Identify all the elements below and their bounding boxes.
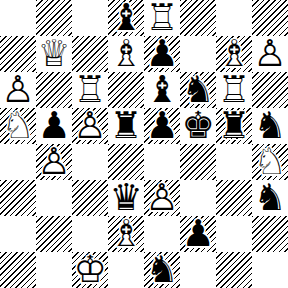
- piece-glyph: ♜: [216, 108, 252, 144]
- square-a4[interactable]: [0, 144, 36, 180]
- piece-black-rook-g5: ♜♜: [216, 108, 252, 144]
- piece-black-pawn-e5: ♟♟: [144, 108, 180, 144]
- piece-glyph: ♜: [108, 108, 144, 144]
- piece-black-knight-f6: ♞♞: [180, 72, 216, 108]
- square-c3[interactable]: [72, 180, 108, 216]
- square-h3[interactable]: ♞♞: [252, 180, 288, 216]
- square-g2[interactable]: [216, 216, 252, 252]
- piece-glyph: ♞: [180, 72, 216, 108]
- square-h6[interactable]: [252, 72, 288, 108]
- piece-white-pawn-a6: ♟♙: [0, 72, 36, 108]
- piece-white-king-c1: ♚♔: [72, 252, 108, 288]
- square-e8[interactable]: ♜♖: [144, 0, 180, 36]
- piece-glyph: ♙: [144, 180, 180, 216]
- square-e1[interactable]: ♞♞: [144, 252, 180, 288]
- piece-black-queen-d3: ♛♛: [108, 180, 144, 216]
- piece-glyph: ♝: [144, 72, 180, 108]
- square-b5[interactable]: ♟♟: [36, 108, 72, 144]
- square-d7[interactable]: ♝♗: [108, 36, 144, 72]
- piece-glyph: ♘: [0, 108, 36, 144]
- piece-glyph: ♟: [144, 36, 180, 72]
- piece-glyph: ♕: [36, 36, 72, 72]
- piece-glyph: ♝: [108, 0, 144, 36]
- piece-glyph: ♗: [108, 36, 144, 72]
- square-c2[interactable]: [72, 216, 108, 252]
- square-c7[interactable]: [72, 36, 108, 72]
- piece-black-pawn-f2: ♟♟: [180, 216, 216, 252]
- square-c5[interactable]: ♟♙: [72, 108, 108, 144]
- piece-white-bishop-d7: ♝♗: [108, 36, 144, 72]
- piece-black-king-f5: ♚♚: [180, 108, 216, 144]
- square-e7[interactable]: ♟♟: [144, 36, 180, 72]
- square-g8[interactable]: [216, 0, 252, 36]
- square-d4[interactable]: [108, 144, 144, 180]
- square-a7[interactable]: [0, 36, 36, 72]
- square-f3[interactable]: [180, 180, 216, 216]
- square-f6[interactable]: ♞♞: [180, 72, 216, 108]
- piece-glyph: ♛: [108, 180, 144, 216]
- square-d6[interactable]: [108, 72, 144, 108]
- piece-white-rook-e8: ♜♖: [144, 0, 180, 36]
- piece-black-rook-d5: ♜♜: [108, 108, 144, 144]
- square-e4[interactable]: [144, 144, 180, 180]
- square-d3[interactable]: ♛♛: [108, 180, 144, 216]
- piece-white-bishop-g7: ♝♗: [216, 36, 252, 72]
- piece-glyph: ♙: [72, 108, 108, 144]
- piece-black-knight-h3: ♞♞: [252, 180, 288, 216]
- square-b4[interactable]: ♟♙: [36, 144, 72, 180]
- square-e6[interactable]: ♝♝: [144, 72, 180, 108]
- square-g7[interactable]: ♝♗: [216, 36, 252, 72]
- piece-black-knight-e1: ♞♞: [144, 252, 180, 288]
- piece-black-pawn-e7: ♟♟: [144, 36, 180, 72]
- piece-glyph: ♘: [252, 144, 288, 180]
- piece-glyph: ♖: [72, 72, 108, 108]
- piece-white-queen-b7: ♛♕: [36, 36, 72, 72]
- square-a8[interactable]: [0, 0, 36, 36]
- square-e2[interactable]: [144, 216, 180, 252]
- square-f8[interactable]: [180, 0, 216, 36]
- chess-board: ♝♝♜♖♛♕♝♗♟♟♝♗♟♙♟♙♜♖♝♝♞♞♜♖♞♘♟♟♟♙♜♜♟♟♚♚♜♜♞♞…: [0, 0, 288, 288]
- square-g4[interactable]: [216, 144, 252, 180]
- piece-white-pawn-e3: ♟♙: [144, 180, 180, 216]
- square-h8[interactable]: [252, 0, 288, 36]
- piece-white-rook-g6: ♜♖: [216, 72, 252, 108]
- piece-white-rook-c6: ♜♖: [72, 72, 108, 108]
- piece-black-bishop-d8: ♝♝: [108, 0, 144, 36]
- piece-white-pawn-b4: ♟♙: [36, 144, 72, 180]
- piece-glyph: ♖: [144, 0, 180, 36]
- chess-diagram: ♝♝♜♖♛♕♝♗♟♟♝♗♟♙♟♙♜♖♝♝♞♞♜♖♞♘♟♟♟♙♜♜♟♟♚♚♜♜♞♞…: [0, 0, 288, 288]
- piece-white-bishop-d2: ♝♗: [108, 216, 144, 252]
- piece-black-pawn-b5: ♟♟: [36, 108, 72, 144]
- square-b3[interactable]: [36, 180, 72, 216]
- piece-white-pawn-c5: ♟♙: [72, 108, 108, 144]
- square-d8[interactable]: ♝♝: [108, 0, 144, 36]
- square-b8[interactable]: [36, 0, 72, 36]
- square-g6[interactable]: ♜♖: [216, 72, 252, 108]
- piece-black-knight-h5: ♞♞: [252, 108, 288, 144]
- square-h2[interactable]: [252, 216, 288, 252]
- piece-glyph: ♞: [252, 180, 288, 216]
- piece-white-knight-a5: ♞♘: [0, 108, 36, 144]
- square-g1[interactable]: [216, 252, 252, 288]
- piece-white-knight-h4: ♞♘: [252, 144, 288, 180]
- square-g5[interactable]: ♜♜: [216, 108, 252, 144]
- square-a5[interactable]: ♞♘: [0, 108, 36, 144]
- piece-white-pawn-h7: ♟♙: [252, 36, 288, 72]
- piece-glyph: ♞: [252, 108, 288, 144]
- piece-glyph: ♖: [216, 72, 252, 108]
- square-f1[interactable]: [180, 252, 216, 288]
- piece-glyph: ♞: [144, 252, 180, 288]
- square-a3[interactable]: [0, 180, 36, 216]
- square-b6[interactable]: [36, 72, 72, 108]
- square-h5[interactable]: ♞♞: [252, 108, 288, 144]
- square-h4[interactable]: ♞♘: [252, 144, 288, 180]
- square-e5[interactable]: ♟♟: [144, 108, 180, 144]
- piece-glyph: ♙: [36, 144, 72, 180]
- square-f2[interactable]: ♟♟: [180, 216, 216, 252]
- piece-glyph: ♔: [72, 252, 108, 288]
- square-a1[interactable]: [0, 252, 36, 288]
- square-b7[interactable]: ♛♕: [36, 36, 72, 72]
- square-c1[interactable]: ♚♔: [72, 252, 108, 288]
- piece-glyph: ♚: [180, 108, 216, 144]
- square-g3[interactable]: [216, 180, 252, 216]
- piece-glyph: ♟: [180, 216, 216, 252]
- square-d5[interactable]: ♜♜: [108, 108, 144, 144]
- square-b2[interactable]: [36, 216, 72, 252]
- square-d2[interactable]: ♝♗: [108, 216, 144, 252]
- square-f7[interactable]: [180, 36, 216, 72]
- piece-glyph: ♗: [108, 216, 144, 252]
- piece-glyph: ♟: [36, 108, 72, 144]
- square-c6[interactable]: ♜♖: [72, 72, 108, 108]
- piece-glyph: ♗: [216, 36, 252, 72]
- square-d1[interactable]: [108, 252, 144, 288]
- square-b1[interactable]: [36, 252, 72, 288]
- piece-glyph: ♙: [252, 36, 288, 72]
- square-f4[interactable]: [180, 144, 216, 180]
- square-h7[interactable]: ♟♙: [252, 36, 288, 72]
- piece-glyph: ♙: [0, 72, 36, 108]
- piece-glyph: ♟: [144, 108, 180, 144]
- square-a2[interactable]: [0, 216, 36, 252]
- square-c4[interactable]: [72, 144, 108, 180]
- square-h1[interactable]: [252, 252, 288, 288]
- square-a6[interactable]: ♟♙: [0, 72, 36, 108]
- square-f5[interactable]: ♚♚: [180, 108, 216, 144]
- square-c8[interactable]: [72, 0, 108, 36]
- piece-black-bishop-e6: ♝♝: [144, 72, 180, 108]
- square-e3[interactable]: ♟♙: [144, 180, 180, 216]
